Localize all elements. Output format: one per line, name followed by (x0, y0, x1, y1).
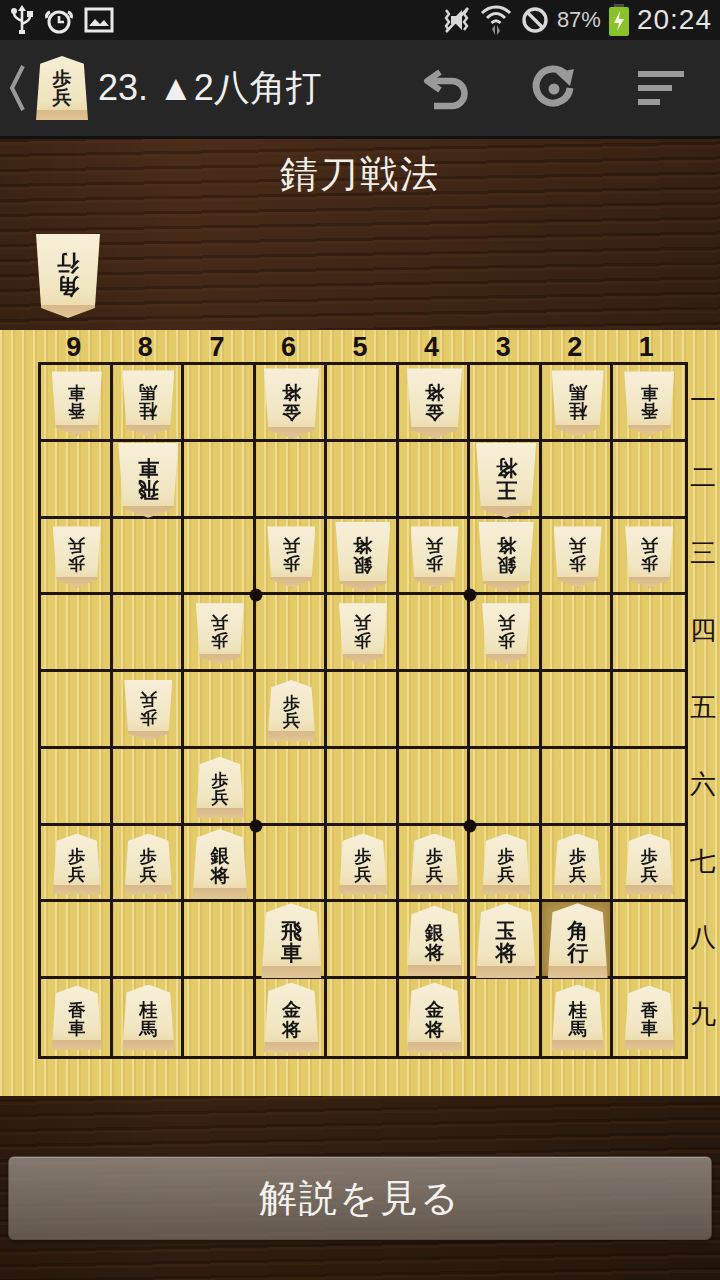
square-4-8[interactable] (399, 902, 471, 979)
square-4-4[interactable] (399, 595, 471, 672)
square-6-3[interactable] (256, 519, 328, 596)
square-1-5[interactable] (613, 672, 685, 749)
square-5-8[interactable] (327, 902, 399, 979)
file-label-5: 5 (324, 332, 396, 362)
square-8-9[interactable] (113, 979, 185, 1056)
square-6-5[interactable] (256, 672, 328, 749)
square-9-1[interactable] (41, 365, 113, 442)
square-8-6[interactable] (113, 749, 185, 826)
square-9-9[interactable] (41, 979, 113, 1056)
square-6-6[interactable] (256, 749, 328, 826)
back-button[interactable] (0, 40, 34, 136)
square-7-1[interactable] (184, 365, 256, 442)
gote-hand-tray: 角行 (36, 234, 100, 318)
status-time: 20:24 (637, 4, 712, 36)
square-7-8[interactable] (184, 902, 256, 979)
square-1-7[interactable] (613, 826, 685, 903)
square-9-4[interactable] (41, 595, 113, 672)
square-6-2[interactable] (256, 442, 328, 519)
square-1-9[interactable] (613, 979, 685, 1056)
square-1-3[interactable] (613, 519, 685, 596)
undo-icon[interactable] (420, 64, 472, 112)
toolbar: 歩兵 23. ▲2八角打 (0, 40, 720, 139)
square-8-8[interactable] (113, 902, 185, 979)
square-2-6[interactable] (542, 749, 614, 826)
status-bar: 87% 20:24 (0, 0, 720, 40)
square-7-2[interactable] (184, 442, 256, 519)
shogi-board: 987654321 一二三四五六七八九 香車桂馬金将金将桂馬香車飛車王将歩兵歩兵… (0, 330, 720, 1096)
alarm-icon (44, 5, 74, 35)
move-piece-kanji: 歩兵 (53, 69, 72, 107)
rank-label-8: 八 (686, 899, 720, 976)
square-7-7[interactable] (184, 826, 256, 903)
square-7-3[interactable] (184, 519, 256, 596)
square-5-7[interactable] (327, 826, 399, 903)
battery-percent: 87% (557, 7, 601, 33)
back-chevron-icon (7, 62, 27, 114)
file-label-7: 7 (181, 332, 253, 362)
square-2-1[interactable] (542, 365, 614, 442)
square-3-6[interactable] (470, 749, 542, 826)
square-4-6[interactable] (399, 749, 471, 826)
square-3-9[interactable] (470, 979, 542, 1056)
square-4-7[interactable] (399, 826, 471, 903)
square-7-9[interactable] (184, 979, 256, 1056)
file-label-8: 8 (110, 332, 182, 362)
square-1-6[interactable] (613, 749, 685, 826)
square-4-1[interactable] (399, 365, 471, 442)
square-2-9[interactable] (542, 979, 614, 1056)
square-5-3[interactable] (327, 519, 399, 596)
square-1-2[interactable] (613, 442, 685, 519)
file-label-6: 6 (253, 332, 325, 362)
square-3-5[interactable] (470, 672, 542, 749)
page-title: 錆刀戦法 (0, 149, 720, 200)
view-commentary-button[interactable]: 解説を見る (8, 1156, 712, 1240)
square-3-2[interactable] (470, 442, 542, 519)
square-3-7[interactable] (470, 826, 542, 903)
battery-charging-icon (608, 3, 630, 37)
square-7-6[interactable] (184, 749, 256, 826)
file-label-9: 9 (38, 332, 110, 362)
usb-icon (10, 5, 34, 35)
square-2-7[interactable] (542, 826, 614, 903)
square-6-8[interactable] (256, 902, 328, 979)
square-4-3[interactable] (399, 519, 471, 596)
square-3-8[interactable] (470, 902, 542, 979)
square-7-4[interactable] (184, 595, 256, 672)
square-3-4[interactable] (470, 595, 542, 672)
rank-label-2: 二 (686, 439, 720, 516)
rank-label-3: 三 (686, 516, 720, 593)
square-9-6[interactable] (41, 749, 113, 826)
no-signal-icon (520, 5, 550, 35)
square-8-7[interactable] (113, 826, 185, 903)
move-piece-icon: 歩兵 (36, 56, 88, 120)
square-3-3[interactable] (470, 519, 542, 596)
rank-label-9: 九 (686, 976, 720, 1053)
square-8-5[interactable] (113, 672, 185, 749)
square-4-5[interactable] (399, 672, 471, 749)
square-5-2[interactable] (327, 442, 399, 519)
rank-label-4: 四 (686, 592, 720, 669)
rank-labels: 一二三四五六七八九 (686, 362, 720, 1053)
piece-角行[interactable]: 角行 (36, 234, 100, 318)
square-8-1[interactable] (113, 365, 185, 442)
wood-background: 錆刀戦法 角行 987654321 一二三四五六七八九 香車桂馬金将金将桂馬香車… (0, 139, 720, 1280)
menu-icon[interactable] (636, 67, 686, 109)
square-3-1[interactable] (470, 365, 542, 442)
file-label-1: 1 (611, 332, 683, 362)
rank-label-5: 五 (686, 669, 720, 746)
rank-label-1: 一 (686, 362, 720, 439)
file-label-2: 2 (539, 332, 611, 362)
rank-label-6: 六 (686, 746, 720, 823)
rank-label-7: 七 (686, 823, 720, 900)
square-2-3[interactable] (542, 519, 614, 596)
square-9-2[interactable] (41, 442, 113, 519)
square-4-2[interactable] (399, 442, 471, 519)
square-8-4[interactable] (113, 595, 185, 672)
square-2-5[interactable] (542, 672, 614, 749)
square-1-1[interactable] (613, 365, 685, 442)
square-6-4[interactable] (256, 595, 328, 672)
square-7-5[interactable] (184, 672, 256, 749)
wifi-icon (479, 4, 513, 36)
file-labels: 987654321 (38, 332, 682, 362)
square-9-7[interactable] (41, 826, 113, 903)
square-5-6[interactable] (327, 749, 399, 826)
vibrate-mute-icon (438, 5, 472, 35)
gallery-icon (84, 5, 114, 35)
file-label-3: 3 (467, 332, 539, 362)
square-5-9[interactable] (327, 979, 399, 1056)
square-2-4[interactable] (542, 595, 614, 672)
square-2-8[interactable] (542, 902, 614, 979)
square-6-1[interactable] (256, 365, 328, 442)
square-8-3[interactable] (113, 519, 185, 596)
square-6-9[interactable] (256, 979, 328, 1056)
file-label-4: 4 (396, 332, 468, 362)
piece-kanji: 角行 (57, 251, 79, 297)
square-5-1[interactable] (327, 365, 399, 442)
square-8-2[interactable] (113, 442, 185, 519)
square-4-9[interactable] (399, 979, 471, 1056)
square-5-5[interactable] (327, 672, 399, 749)
square-6-7[interactable] (256, 826, 328, 903)
move-label: 23. ▲2八角打 (98, 64, 322, 113)
square-9-8[interactable] (41, 902, 113, 979)
square-1-4[interactable] (613, 595, 685, 672)
shogi-app-screen: 87% 20:24 歩兵 23. ▲2八角打 (0, 0, 720, 1280)
square-5-4[interactable] (327, 595, 399, 672)
square-9-3[interactable] (41, 519, 113, 596)
board-grid (38, 362, 688, 1059)
redo-icon[interactable] (528, 63, 580, 113)
square-1-8[interactable] (613, 902, 685, 979)
square-9-5[interactable] (41, 672, 113, 749)
square-2-2[interactable] (542, 442, 614, 519)
